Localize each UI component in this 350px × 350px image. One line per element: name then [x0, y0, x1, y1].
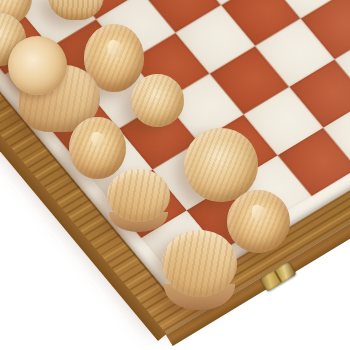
piece-near-cylinder[interactable]	[162, 230, 237, 310]
king-cap	[8, 36, 67, 95]
product-photo-stage	[0, 0, 350, 350]
cylinder-top	[107, 169, 170, 222]
wood-grain	[131, 74, 184, 127]
piece-mid-cylinder[interactable]	[107, 169, 170, 232]
cylinder-top	[162, 230, 237, 297]
piece-mid-dome[interactable]	[131, 74, 184, 127]
